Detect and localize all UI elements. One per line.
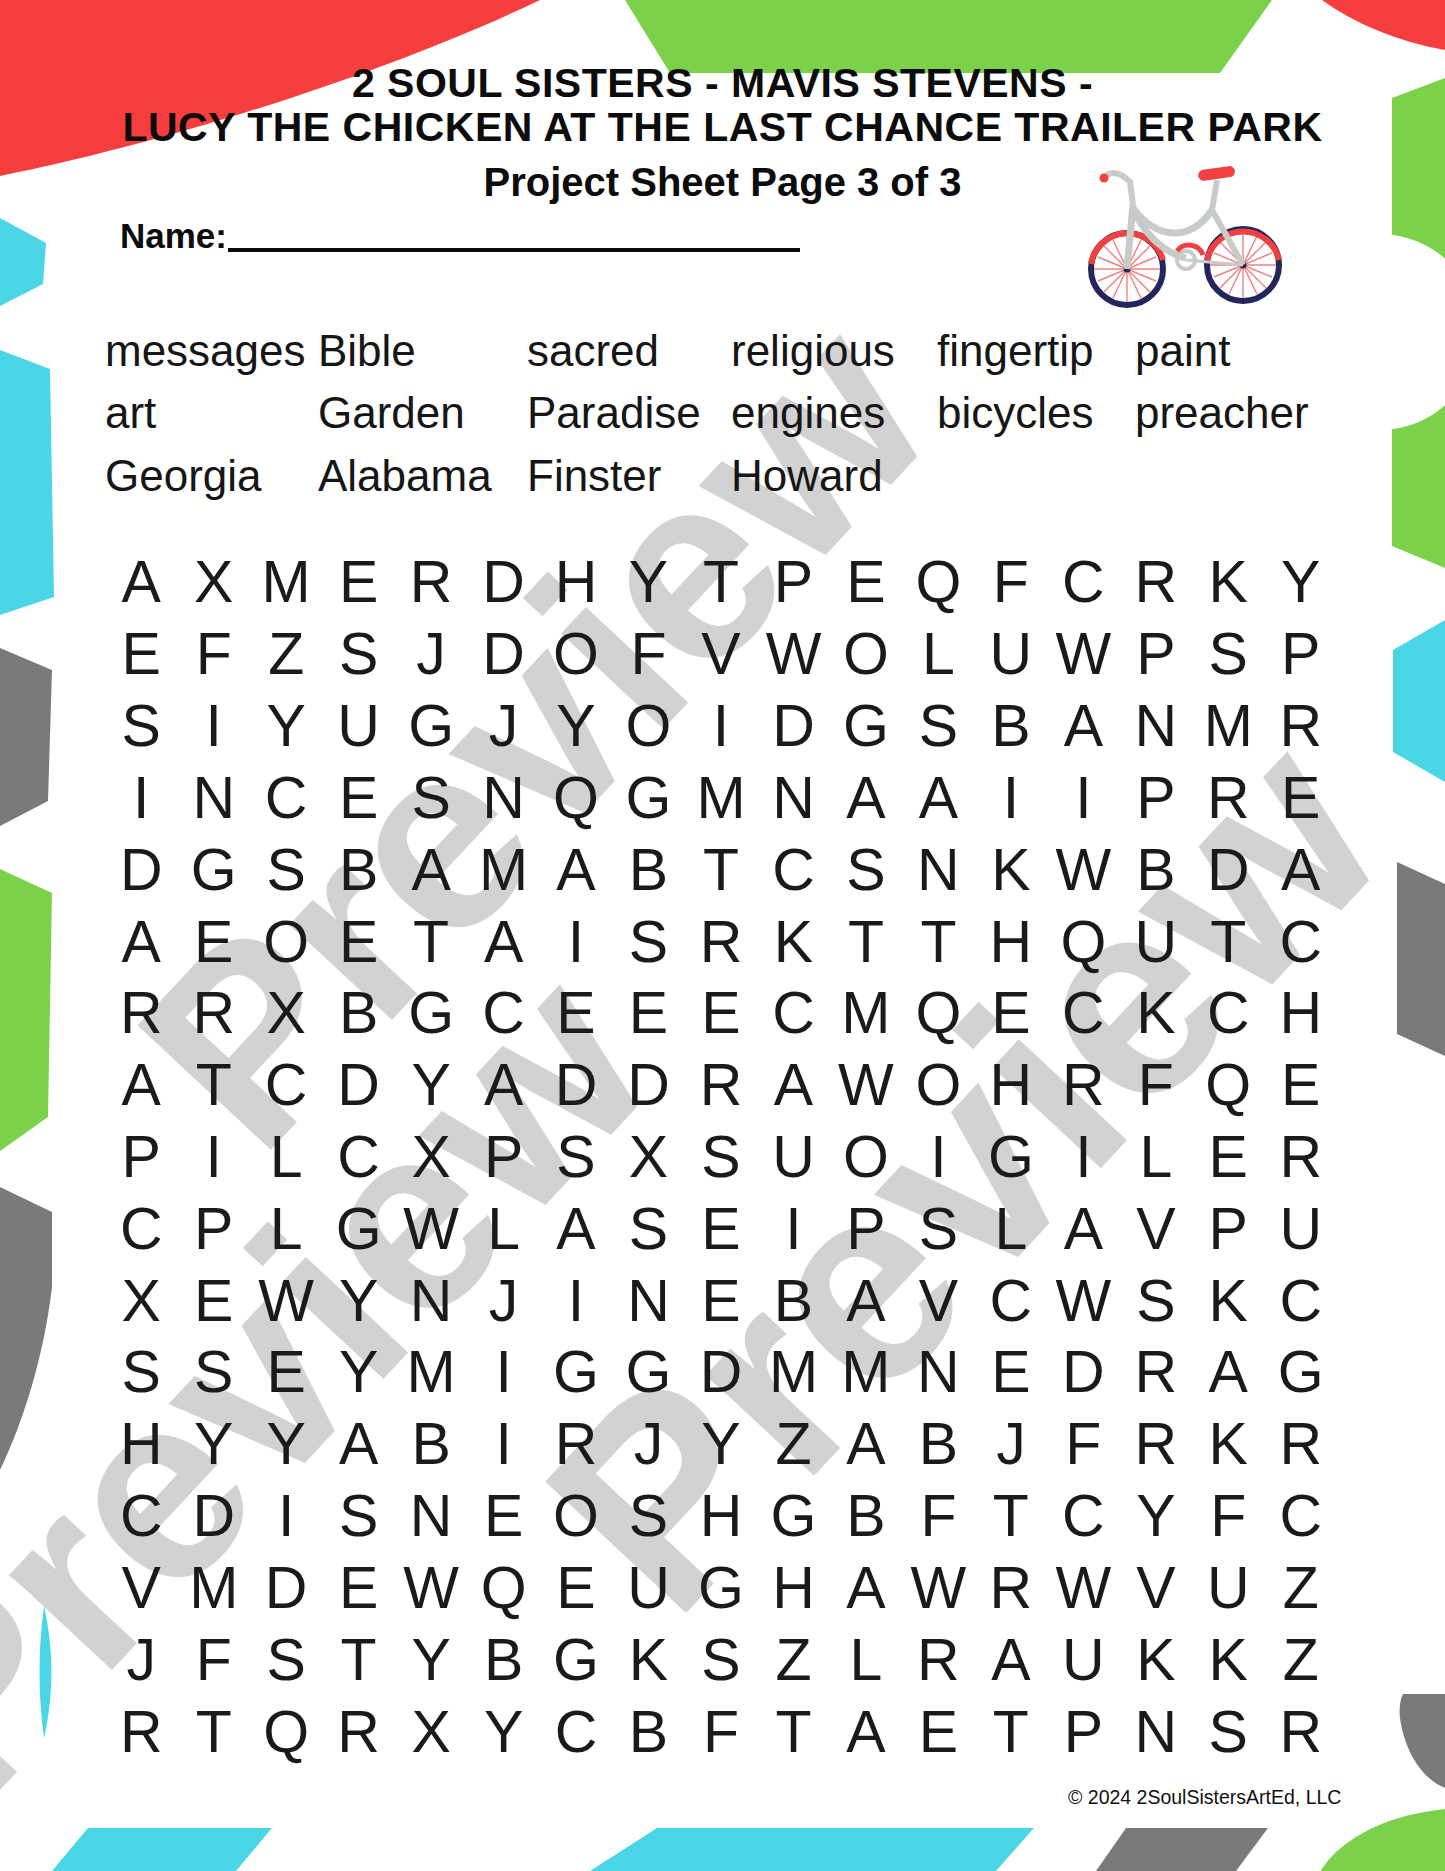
grid-cell: Z xyxy=(1265,1624,1337,1696)
grid-cell: O xyxy=(540,619,612,691)
grid-cell: D xyxy=(1192,834,1264,906)
grid-cell: U xyxy=(612,1553,684,1625)
grid-cell: M xyxy=(757,1337,829,1409)
grid-cell: E xyxy=(322,1553,394,1625)
grid-cell: A xyxy=(830,1409,902,1481)
word-bank-item: fingertip xyxy=(937,327,1094,375)
grid-cell: R xyxy=(685,906,757,978)
grid-cell: Y xyxy=(685,1409,757,1481)
grid-cell: W xyxy=(395,1553,467,1625)
grid-cell: G xyxy=(322,1193,394,1265)
grid-cell: L xyxy=(1120,1122,1192,1194)
word-bank-item: Alabama xyxy=(318,452,492,500)
word-bank-item: art xyxy=(105,389,156,437)
grid-cell: A xyxy=(322,1409,394,1481)
grid-cell: W xyxy=(757,619,829,691)
grid-cell: F xyxy=(1120,1050,1192,1122)
grid-cell: P xyxy=(1192,1193,1264,1265)
grid-cell: S xyxy=(250,834,322,906)
grid-cell: I xyxy=(105,762,177,834)
grid-cell: U xyxy=(1265,1193,1337,1265)
grid-cell: T xyxy=(975,1696,1047,1768)
grid-cell: C xyxy=(1047,547,1119,619)
grid-cell: A xyxy=(467,1050,539,1122)
grid-cell: S xyxy=(612,1193,684,1265)
grid-cell: I xyxy=(902,1122,974,1194)
grid-cell: W xyxy=(1047,1553,1119,1625)
grid-cell: W xyxy=(830,1050,902,1122)
grid-cell: E xyxy=(685,978,757,1050)
grid-cell: T xyxy=(757,1696,829,1768)
bicycle-seat xyxy=(1197,165,1235,181)
word-bank-item: religious xyxy=(731,327,895,375)
grid-cell: U xyxy=(1192,1553,1264,1625)
grid-cell: V xyxy=(685,619,757,691)
grid-cell: D xyxy=(757,691,829,763)
grid-cell: M xyxy=(250,547,322,619)
grid-cell: T xyxy=(830,906,902,978)
grid-cell: Y xyxy=(250,691,322,763)
grid-cell: D xyxy=(612,1050,684,1122)
grid-cell: Q xyxy=(467,1553,539,1625)
grid-cell: A xyxy=(830,762,902,834)
grid-cell: A xyxy=(830,1265,902,1337)
grid-cell: T xyxy=(395,906,467,978)
bicycle-frame xyxy=(1104,173,1243,269)
grid-cell: B xyxy=(902,1409,974,1481)
grid-cell: J xyxy=(975,1409,1047,1481)
grid-cell: F xyxy=(1047,1409,1119,1481)
grid-cell: W xyxy=(250,1265,322,1337)
grid-cell: S xyxy=(612,906,684,978)
grid-cell: C xyxy=(1047,978,1119,1050)
grid-cell: E xyxy=(685,1265,757,1337)
grid-cell: L xyxy=(467,1193,539,1265)
grid-cell: Z xyxy=(250,619,322,691)
grid-cell: T xyxy=(685,834,757,906)
grid-cell: G xyxy=(830,691,902,763)
grid-cell: U xyxy=(975,619,1047,691)
grid-cell: E xyxy=(177,1265,249,1337)
grid-cell: D xyxy=(685,1337,757,1409)
grid-cell: I xyxy=(250,1481,322,1553)
grid-cell: N xyxy=(1120,1696,1192,1768)
word-bank-item: Howard xyxy=(731,452,883,500)
grid-cell: E xyxy=(975,1337,1047,1409)
grid-cell: T xyxy=(1192,906,1264,978)
grid-cell: D xyxy=(322,1050,394,1122)
grid-cell: G xyxy=(612,762,684,834)
grid-cell: U xyxy=(1047,1624,1119,1696)
grid-cell: N xyxy=(902,834,974,906)
grid-cell: C xyxy=(467,978,539,1050)
grid-cell: B xyxy=(975,691,1047,763)
grid-cell: C xyxy=(105,1481,177,1553)
grid-cell: E xyxy=(685,1193,757,1265)
grid-cell: L xyxy=(250,1193,322,1265)
grid-cell: O xyxy=(830,1122,902,1194)
grid-cell: E xyxy=(1192,1122,1264,1194)
grid-cell: G xyxy=(177,834,249,906)
grid-cell: G xyxy=(757,1481,829,1553)
grid-cell: Q xyxy=(902,547,974,619)
grid-cell: A xyxy=(395,834,467,906)
word-bank-item: messages xyxy=(105,327,306,375)
grid-cell: R xyxy=(1120,547,1192,619)
grid-cell: I xyxy=(467,1409,539,1481)
grid-cell: S xyxy=(685,1624,757,1696)
grid-cell: E xyxy=(902,1696,974,1768)
grid-cell: C xyxy=(1047,1481,1119,1553)
grid-cell: R xyxy=(105,978,177,1050)
grid-cell: S xyxy=(1192,619,1264,691)
grid-cell: R xyxy=(322,1696,394,1768)
word-bank-item: preacher xyxy=(1135,389,1309,437)
grid-cell: C xyxy=(1265,906,1337,978)
grid-cell: R xyxy=(540,1409,612,1481)
grid-cell: B xyxy=(1120,834,1192,906)
grid-cell: P xyxy=(1120,762,1192,834)
grid-cell: Q xyxy=(1047,906,1119,978)
grid-cell: E xyxy=(250,1337,322,1409)
grid-cell: C xyxy=(1192,978,1264,1050)
grid-cell: S xyxy=(395,762,467,834)
grid-cell: A xyxy=(540,834,612,906)
grid-cell: B xyxy=(467,1624,539,1696)
grid-cell: S xyxy=(105,1337,177,1409)
copyright-text: © 2024 2SoulSistersArtEd, LLC xyxy=(1068,1786,1341,1809)
grid-cell: E xyxy=(467,1481,539,1553)
grid-cell: R xyxy=(1047,1050,1119,1122)
grid-cell: R xyxy=(975,1553,1047,1625)
grid-cell: N xyxy=(757,762,829,834)
grid-cell: M xyxy=(830,978,902,1050)
grid-cell: N xyxy=(395,1265,467,1337)
grid-cell: H xyxy=(975,1050,1047,1122)
grid-cell: I xyxy=(467,1337,539,1409)
grid-cell: R xyxy=(1265,691,1337,763)
grid-cell: A xyxy=(1192,1337,1264,1409)
grid-cell: A xyxy=(105,547,177,619)
grid-cell: O xyxy=(250,906,322,978)
grid-cell: U xyxy=(757,1122,829,1194)
grid-cell: E xyxy=(975,978,1047,1050)
grid-cell: A xyxy=(1265,834,1337,906)
grid-cell: P xyxy=(177,1193,249,1265)
grid-cell: N xyxy=(395,1481,467,1553)
grid-cell: G xyxy=(1265,1337,1337,1409)
grid-cell: S xyxy=(902,1193,974,1265)
grid-cell: Y xyxy=(1120,1481,1192,1553)
word-bank-item: Finster xyxy=(527,452,661,500)
grid-cell: I xyxy=(1047,762,1119,834)
grid-cell: L xyxy=(975,1193,1047,1265)
grid-cell: O xyxy=(902,1050,974,1122)
grid-cell: I xyxy=(540,906,612,978)
grid-cell: I xyxy=(177,1122,249,1194)
grid-cell: Y xyxy=(177,1409,249,1481)
grid-cell: K xyxy=(1192,1265,1264,1337)
grid-cell: X xyxy=(395,1122,467,1194)
grid-cell: F xyxy=(177,1624,249,1696)
word-bank-item: bicycles xyxy=(937,389,1094,437)
grid-cell: S xyxy=(685,1122,757,1194)
grid-cell: S xyxy=(322,619,394,691)
grid-cell: L xyxy=(902,619,974,691)
grid-cell: X xyxy=(250,978,322,1050)
grid-cell: E xyxy=(322,547,394,619)
grid-cell: R xyxy=(1120,1409,1192,1481)
grid-cell: Q xyxy=(250,1696,322,1768)
grid-cell: E xyxy=(1265,1050,1337,1122)
grid-cell: R xyxy=(1120,1337,1192,1409)
grid-cell: Z xyxy=(757,1409,829,1481)
grid-cell: C xyxy=(1265,1481,1337,1553)
grid-cell: W xyxy=(1047,834,1119,906)
grid-cell: E xyxy=(830,547,902,619)
grid-cell: S xyxy=(540,1122,612,1194)
grid-cell: S xyxy=(612,1481,684,1553)
grid-cell: X xyxy=(612,1122,684,1194)
grid-cell: I xyxy=(177,691,249,763)
grid-cell: I xyxy=(757,1193,829,1265)
grid-cell: K xyxy=(1192,1624,1264,1696)
grid-cell: A xyxy=(830,1696,902,1768)
grid-cell: A xyxy=(902,762,974,834)
grid-cell: A xyxy=(1047,691,1119,763)
grid-cell: R xyxy=(902,1624,974,1696)
grid-cell: L xyxy=(250,1122,322,1194)
grid-cell: M xyxy=(830,1337,902,1409)
grid-cell: A xyxy=(105,906,177,978)
grid-cell: H xyxy=(757,1553,829,1625)
grid-cell: G xyxy=(612,1337,684,1409)
grid-cell: H xyxy=(105,1409,177,1481)
grid-cell: C xyxy=(975,1265,1047,1337)
grid-cell: Y xyxy=(540,691,612,763)
grid-cell: B xyxy=(322,978,394,1050)
grid-cell: A xyxy=(540,1193,612,1265)
name-label: Name: xyxy=(120,216,227,256)
word-bank-item: engines xyxy=(731,389,885,437)
grid-cell: H xyxy=(975,906,1047,978)
grid-cell: C xyxy=(1265,1265,1337,1337)
grid-cell: K xyxy=(1120,978,1192,1050)
grid-cell: T xyxy=(177,1050,249,1122)
grid-cell: K xyxy=(757,906,829,978)
grid-cell: P xyxy=(757,547,829,619)
grid-cell: D xyxy=(540,1050,612,1122)
grid-cell: H xyxy=(1265,978,1337,1050)
grid-cell: K xyxy=(1192,547,1264,619)
grid-cell: A xyxy=(975,1624,1047,1696)
word-search-grid: AXMERDHYTPEQFCRKYEFZSJDOFVWOLUWPSPSIYUGJ… xyxy=(105,547,1337,1768)
grid-cell: F xyxy=(1192,1481,1264,1553)
title-line-1: 2 SOUL SISTERS - MAVIS STEVENS - xyxy=(0,60,1445,107)
grid-cell: O xyxy=(830,619,902,691)
grid-cell: I xyxy=(540,1265,612,1337)
grid-cell: Q xyxy=(540,762,612,834)
grid-cell: H xyxy=(540,547,612,619)
grid-cell: M xyxy=(685,762,757,834)
grid-cell: J xyxy=(467,1265,539,1337)
grid-cell: E xyxy=(540,978,612,1050)
grid-cell: N xyxy=(467,762,539,834)
grid-cell: H xyxy=(685,1481,757,1553)
grid-cell: W xyxy=(1047,619,1119,691)
grid-cell: B xyxy=(830,1481,902,1553)
grid-cell: I xyxy=(1047,1122,1119,1194)
grid-cell: S xyxy=(250,1624,322,1696)
grid-cell: C xyxy=(105,1193,177,1265)
grid-cell: P xyxy=(1120,619,1192,691)
grid-cell: V xyxy=(1120,1553,1192,1625)
grid-cell: G xyxy=(975,1122,1047,1194)
grid-cell: W xyxy=(1047,1265,1119,1337)
grid-cell: K xyxy=(975,834,1047,906)
grid-cell: R xyxy=(1265,1409,1337,1481)
grid-cell: M xyxy=(1192,691,1264,763)
name-blank-line xyxy=(228,222,800,252)
grid-cell: X xyxy=(177,547,249,619)
word-bank-item: Garden xyxy=(318,389,465,437)
grid-cell: Q xyxy=(902,978,974,1050)
grid-cell: A xyxy=(467,906,539,978)
grid-cell: I xyxy=(685,691,757,763)
grid-cell: S xyxy=(177,1337,249,1409)
grid-cell: Y xyxy=(322,1265,394,1337)
grid-cell: N xyxy=(177,762,249,834)
grid-cell: C xyxy=(757,834,829,906)
grid-cell: B xyxy=(322,834,394,906)
grid-cell: P xyxy=(467,1122,539,1194)
grid-cell: C xyxy=(250,1050,322,1122)
grid-cell: Z xyxy=(757,1624,829,1696)
grid-cell: R xyxy=(1265,1122,1337,1194)
grid-cell: J xyxy=(105,1624,177,1696)
grid-cell: Q xyxy=(1192,1050,1264,1122)
grid-cell: R xyxy=(1265,1696,1337,1768)
grid-cell: J xyxy=(395,619,467,691)
grid-cell: X xyxy=(105,1265,177,1337)
grid-cell: C xyxy=(322,1122,394,1194)
worksheet-page: Preview Preview Preview 2 SOUL SISTERS -… xyxy=(0,0,1445,1871)
grid-cell: E xyxy=(322,906,394,978)
grid-cell: A xyxy=(757,1050,829,1122)
word-bank-item: sacred xyxy=(527,327,659,375)
grid-cell: M xyxy=(177,1553,249,1625)
bicycle-grip xyxy=(1100,174,1109,183)
title-line-2: LUCY THE CHICKEN AT THE LAST CHANCE TRAI… xyxy=(0,104,1445,151)
grid-cell: V xyxy=(1120,1193,1192,1265)
grid-cell: Y xyxy=(1265,547,1337,619)
grid-cell: E xyxy=(540,1553,612,1625)
grid-cell: T xyxy=(322,1624,394,1696)
word-bank-item: paint xyxy=(1135,327,1230,375)
grid-cell: B xyxy=(612,1696,684,1768)
bicycle-illustration xyxy=(1082,148,1287,313)
grid-cell: S xyxy=(105,691,177,763)
grid-cell: T xyxy=(685,547,757,619)
grid-cell: S xyxy=(1192,1696,1264,1768)
grid-cell: K xyxy=(1120,1624,1192,1696)
grid-cell: D xyxy=(467,619,539,691)
grid-cell: E xyxy=(612,978,684,1050)
grid-cell: Y xyxy=(395,1050,467,1122)
grid-cell: G xyxy=(395,691,467,763)
grid-cell: T xyxy=(177,1696,249,1768)
grid-cell: S xyxy=(830,834,902,906)
grid-cell: R xyxy=(177,978,249,1050)
grid-cell: S xyxy=(1120,1265,1192,1337)
grid-cell: T xyxy=(902,906,974,978)
grid-cell: Y xyxy=(467,1696,539,1768)
grid-cell: T xyxy=(975,1481,1047,1553)
grid-cell: W xyxy=(902,1553,974,1625)
grid-cell: Z xyxy=(1265,1553,1337,1625)
grid-cell: I xyxy=(975,762,1047,834)
grid-cell: P xyxy=(830,1193,902,1265)
grid-cell: V xyxy=(902,1265,974,1337)
grid-cell: F xyxy=(612,619,684,691)
grid-cell: K xyxy=(1192,1409,1264,1481)
grid-cell: C xyxy=(540,1696,612,1768)
word-bank-item: Georgia xyxy=(105,452,262,500)
grid-cell: R xyxy=(105,1696,177,1768)
grid-cell: B xyxy=(612,834,684,906)
grid-cell: B xyxy=(395,1409,467,1481)
grid-cell: D xyxy=(1047,1337,1119,1409)
grid-cell: D xyxy=(467,547,539,619)
grid-cell: J xyxy=(612,1409,684,1481)
grid-cell: C xyxy=(250,762,322,834)
grid-cell: A xyxy=(1047,1193,1119,1265)
grid-cell: J xyxy=(467,691,539,763)
grid-cell: N xyxy=(612,1265,684,1337)
grid-cell: F xyxy=(685,1696,757,1768)
grid-cell: O xyxy=(540,1481,612,1553)
grid-cell: D xyxy=(105,834,177,906)
grid-cell: E xyxy=(322,762,394,834)
grid-cell: N xyxy=(1120,691,1192,763)
word-bank-item: Paradise xyxy=(527,389,701,437)
grid-cell: C xyxy=(757,978,829,1050)
grid-cell: P xyxy=(105,1122,177,1194)
grid-cell: G xyxy=(540,1624,612,1696)
grid-cell: Y xyxy=(250,1409,322,1481)
grid-cell: V xyxy=(105,1553,177,1625)
grid-cell: R xyxy=(685,1050,757,1122)
grid-cell: F xyxy=(177,619,249,691)
grid-cell: E xyxy=(1265,762,1337,834)
grid-cell: S xyxy=(902,691,974,763)
grid-cell: A xyxy=(105,1050,177,1122)
grid-cell: W xyxy=(395,1193,467,1265)
grid-cell: Y xyxy=(395,1624,467,1696)
grid-cell: E xyxy=(177,906,249,978)
grid-cell: A xyxy=(830,1553,902,1625)
grid-cell: B xyxy=(757,1265,829,1337)
grid-cell: Y xyxy=(322,1337,394,1409)
grid-cell: N xyxy=(902,1337,974,1409)
grid-cell: M xyxy=(467,834,539,906)
grid-cell: F xyxy=(902,1481,974,1553)
grid-cell: M xyxy=(395,1337,467,1409)
grid-cell: U xyxy=(322,691,394,763)
grid-cell: G xyxy=(685,1553,757,1625)
grid-cell: G xyxy=(395,978,467,1050)
grid-cell: G xyxy=(540,1337,612,1409)
